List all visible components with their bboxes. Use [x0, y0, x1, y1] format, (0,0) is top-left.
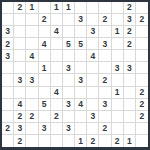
- clue-cell-r12c2: 2: [14, 135, 26, 147]
- empty-cell-r1c9[interactable]: [99, 2, 111, 14]
- clue-cell-r4c1: 2: [2, 38, 14, 50]
- clue-cell-r8c12: 2: [136, 87, 148, 99]
- clue-cell-r11c6: 3: [63, 123, 75, 135]
- clue-cell-r5c3: 4: [26, 50, 38, 62]
- empty-cell-r3c3[interactable]: [26, 26, 38, 38]
- empty-cell-r3c4[interactable]: [39, 26, 51, 38]
- empty-cell-r6c1[interactable]: [2, 62, 14, 74]
- clue-cell-r6c6: 3: [63, 62, 75, 74]
- empty-cell-r1c12[interactable]: [136, 2, 148, 14]
- empty-cell-r9c8[interactable]: [87, 99, 99, 111]
- empty-cell-r4c8[interactable]: [87, 38, 99, 50]
- empty-cell-r7c5[interactable]: [51, 74, 63, 86]
- empty-cell-r6c2[interactable]: [14, 62, 26, 74]
- clue-cell-r10c8: 3: [87, 111, 99, 123]
- empty-cell-r6c3[interactable]: [26, 62, 38, 74]
- empty-cell-r11c7[interactable]: [75, 123, 87, 135]
- clue-cell-r7c2: 3: [14, 74, 26, 86]
- empty-cell-r8c3[interactable]: [26, 87, 38, 99]
- empty-cell-r11c5[interactable]: [51, 123, 63, 135]
- clue-cell-r3c8: 3: [87, 26, 99, 38]
- empty-cell-r6c12[interactable]: [136, 62, 148, 74]
- empty-cell-r7c11[interactable]: [124, 74, 136, 86]
- clue-cell-r2c7: 3: [75, 14, 87, 26]
- clue-cell-r5c1: 3: [2, 50, 14, 62]
- empty-cell-r9c5[interactable]: [51, 99, 63, 111]
- clue-cell-r4c4: 4: [39, 38, 51, 50]
- clue-cell-r10c3: 2: [26, 111, 38, 123]
- empty-cell-r2c6[interactable]: [63, 14, 75, 26]
- clue-cell-r9c9: 3: [99, 99, 111, 111]
- empty-cell-r10c9[interactable]: [99, 111, 111, 123]
- empty-cell-r10c7[interactable]: [75, 111, 87, 123]
- clue-cell-r11c1: 2: [2, 123, 14, 135]
- clue-cell-r2c12: 2: [136, 14, 148, 26]
- clue-cell-r9c2: 4: [14, 99, 26, 111]
- empty-cell-r11c10[interactable]: [112, 123, 124, 135]
- empty-cell-r6c9[interactable]: [99, 62, 111, 74]
- empty-cell-r10c1[interactable]: [2, 111, 14, 123]
- clue-cell-r2c4: 2: [39, 14, 51, 26]
- empty-cell-r8c7[interactable]: [75, 87, 87, 99]
- clue-cell-r2c9: 2: [99, 14, 111, 26]
- empty-cell-r2c10[interactable]: [112, 14, 124, 26]
- clue-cell-r1c2: 2: [14, 2, 26, 14]
- empty-cell-r9c3[interactable]: [26, 99, 38, 111]
- clue-cell-r9c7: 4: [75, 99, 87, 111]
- clue-cell-r6c10: 3: [112, 62, 124, 74]
- empty-cell-r9c1[interactable]: [2, 99, 14, 111]
- empty-cell-r8c1[interactable]: [2, 87, 14, 99]
- empty-cell-r7c10[interactable]: [112, 74, 124, 86]
- empty-cell-r4c12[interactable]: [136, 38, 148, 50]
- empty-cell-r1c1[interactable]: [2, 2, 14, 14]
- clue-cell-r7c3: 3: [26, 74, 38, 86]
- clue-cell-r1c5: 1: [51, 2, 63, 14]
- empty-cell-r3c7[interactable]: [75, 26, 87, 38]
- empty-cell-r4c2[interactable]: [14, 38, 26, 50]
- empty-cell-r4c10[interactable]: [112, 38, 124, 50]
- empty-cell-r5c7[interactable]: [75, 50, 87, 62]
- empty-cell-r10c6[interactable]: [63, 111, 75, 123]
- empty-cell-r10c11[interactable]: [124, 111, 136, 123]
- empty-cell-r5c12[interactable]: [136, 50, 148, 62]
- clue-cell-r9c12: 2: [136, 99, 148, 111]
- puzzle-board: 2111223232343122455323441333333241245343…: [0, 0, 150, 150]
- empty-cell-r8c9[interactable]: [99, 87, 111, 99]
- empty-cell-r3c12[interactable]: [136, 26, 148, 38]
- empty-cell-r12c4[interactable]: [39, 135, 51, 147]
- clue-cell-r4c11: 2: [124, 38, 136, 50]
- empty-cell-r8c8[interactable]: [87, 87, 99, 99]
- clue-cell-r8c10: 1: [112, 87, 124, 99]
- empty-cell-r3c6[interactable]: [63, 26, 75, 38]
- clue-cell-r7c7: 3: [75, 74, 87, 86]
- clue-cell-r4c9: 3: [99, 38, 111, 50]
- clue-cell-r1c11: 2: [124, 2, 136, 14]
- clue-cell-r10c2: 2: [14, 111, 26, 123]
- empty-cell-r2c2[interactable]: [14, 14, 26, 26]
- clue-cell-r11c9: 2: [99, 123, 111, 135]
- empty-cell-r1c8[interactable]: [87, 2, 99, 14]
- empty-cell-r5c2[interactable]: [14, 50, 26, 62]
- clue-cell-r1c3: 1: [26, 2, 38, 14]
- empty-cell-r6c8[interactable]: [87, 62, 99, 74]
- clue-cell-r3c1: 3: [2, 26, 14, 38]
- empty-cell-r12c9[interactable]: [99, 135, 111, 147]
- empty-cell-r1c4[interactable]: [39, 2, 51, 14]
- empty-cell-r9c10[interactable]: [112, 99, 124, 111]
- clue-cell-r9c4: 5: [39, 99, 51, 111]
- empty-cell-r7c8[interactable]: [87, 74, 99, 86]
- empty-cell-r5c9[interactable]: [99, 50, 111, 62]
- empty-cell-r3c2[interactable]: [14, 26, 26, 38]
- empty-cell-r8c11[interactable]: [124, 87, 136, 99]
- empty-cell-r12c5[interactable]: [51, 135, 63, 147]
- empty-cell-r4c5[interactable]: [51, 38, 63, 50]
- clue-cell-r11c4: 3: [39, 123, 51, 135]
- empty-cell-r2c3[interactable]: [26, 14, 38, 26]
- clue-cell-r8c5: 4: [51, 87, 63, 99]
- empty-cell-r8c6[interactable]: [63, 87, 75, 99]
- empty-cell-r2c1[interactable]: [2, 14, 14, 26]
- empty-cell-r8c2[interactable]: [14, 87, 26, 99]
- clue-cell-r6c4: 1: [39, 62, 51, 74]
- empty-cell-r5c4[interactable]: [39, 50, 51, 62]
- empty-cell-r7c1[interactable]: [2, 74, 14, 86]
- empty-cell-r11c12[interactable]: [136, 123, 148, 135]
- clue-cell-r3c5: 4: [51, 26, 63, 38]
- clue-cell-r12c10: 2: [112, 135, 124, 147]
- empty-cell-r5c5[interactable]: [51, 50, 63, 62]
- clue-cell-r10c12: 2: [136, 111, 148, 123]
- clue-cell-r3c10: 1: [112, 26, 124, 38]
- empty-cell-r12c1[interactable]: [2, 135, 14, 147]
- empty-cell-r5c11[interactable]: [124, 50, 136, 62]
- clue-cell-r7c9: 2: [99, 74, 111, 86]
- clue-cell-r12c11: 1: [124, 135, 136, 147]
- empty-cell-r1c10[interactable]: [112, 2, 124, 14]
- clue-cell-r12c8: 2: [87, 135, 99, 147]
- empty-cell-r10c4[interactable]: [39, 111, 51, 123]
- empty-cell-r8c4[interactable]: [39, 87, 51, 99]
- empty-cell-r12c3[interactable]: [26, 135, 38, 147]
- empty-cell-r9c11[interactable]: [124, 99, 136, 111]
- empty-cell-r11c8[interactable]: [87, 123, 99, 135]
- empty-cell-r11c11[interactable]: [124, 123, 136, 135]
- empty-cell-r5c6[interactable]: [63, 50, 75, 62]
- clue-cell-r2c11: 3: [124, 14, 136, 26]
- clue-cell-r5c8: 4: [87, 50, 99, 62]
- empty-cell-r2c5[interactable]: [51, 14, 63, 26]
- clue-cell-r9c6: 3: [63, 99, 75, 111]
- empty-cell-r3c9[interactable]: [99, 26, 111, 38]
- empty-cell-r10c10[interactable]: [112, 111, 124, 123]
- empty-cell-r11c3[interactable]: [26, 123, 38, 135]
- empty-cell-r7c6[interactable]: [63, 74, 75, 86]
- clue-cell-r4c7: 5: [75, 38, 87, 50]
- clue-cell-r4c6: 5: [63, 38, 75, 50]
- clue-cell-r12c7: 1: [75, 135, 87, 147]
- clue-cell-r11c2: 3: [14, 123, 26, 135]
- empty-cell-r4c3[interactable]: [26, 38, 38, 50]
- empty-cell-r6c7[interactable]: [75, 62, 87, 74]
- clue-cell-r10c5: 2: [51, 111, 63, 123]
- empty-cell-r6c5[interactable]: [51, 62, 63, 74]
- empty-cell-r5c10[interactable]: [112, 50, 124, 62]
- clue-cell-r6c11: 3: [124, 62, 136, 74]
- empty-cell-r12c6[interactable]: [63, 135, 75, 147]
- empty-cell-r7c4[interactable]: [39, 74, 51, 86]
- empty-cell-r2c8[interactable]: [87, 14, 99, 26]
- empty-cell-r7c12[interactable]: [136, 74, 148, 86]
- empty-cell-r1c7[interactable]: [75, 2, 87, 14]
- clue-cell-r3c11: 2: [124, 26, 136, 38]
- clue-cell-r1c6: 1: [63, 2, 75, 14]
- empty-cell-r12c12[interactable]: [136, 135, 148, 147]
